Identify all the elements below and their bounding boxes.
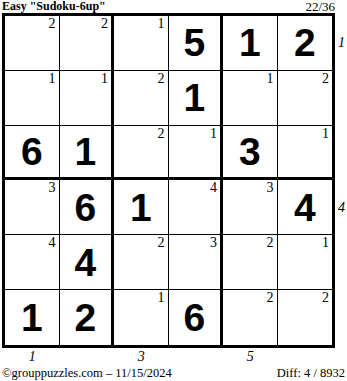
col-label-3: 3 [138, 350, 145, 364]
pencil-mark: 1 [322, 236, 329, 251]
pencil-mark: 1 [210, 127, 217, 142]
cell-r5c3[interactable]: 2 [114, 235, 169, 290]
cell-r3c4[interactable]: 1 [169, 126, 224, 181]
cell-r3c1[interactable]: 6 [5, 126, 60, 181]
cell-r1c1[interactable]: 2 [5, 16, 60, 71]
cell-r1c5[interactable]: 1 [223, 16, 278, 71]
pencil-mark: 1 [158, 17, 165, 32]
copyright-text: ©grouppuzzles.com – 11/15/2024 [2, 366, 172, 381]
col-label-1: 1 [29, 350, 36, 364]
pencil-mark: 2 [49, 17, 56, 32]
cell-r2c3[interactable]: 2 [114, 71, 169, 126]
cell-value: 1 [74, 132, 96, 171]
puzzle-title: Easy "Sudoku-6up" [2, 0, 106, 14]
cell-r2c4[interactable]: 1 [169, 71, 224, 126]
cell-value: 6 [74, 188, 96, 227]
pencil-mark: 2 [101, 17, 108, 32]
cell-r6c2[interactable]: 2 [60, 290, 115, 345]
cell-r1c3[interactable]: 1 [114, 16, 169, 71]
cell-r3c3[interactable]: 2 [114, 126, 169, 181]
cell-r4c4[interactable]: 4 [169, 180, 224, 235]
cell-r1c4[interactable]: 5 [169, 16, 224, 71]
cell-r5c4[interactable]: 3 [169, 235, 224, 290]
pencil-mark: 1 [49, 72, 56, 87]
cell-r2c6[interactable]: 2 [278, 71, 333, 126]
cell-r6c5[interactable]: 2 [223, 290, 278, 345]
cell-value: 6 [21, 132, 43, 171]
cell-r5c5[interactable]: 2 [223, 235, 278, 290]
pencil-mark: 2 [322, 72, 329, 87]
cell-r6c4[interactable]: 6 [169, 290, 224, 345]
row-label-4: 4 [338, 201, 345, 215]
cell-r2c2[interactable]: 1 [60, 71, 115, 126]
cell-value: 2 [294, 23, 316, 62]
cell-r1c2[interactable]: 2 [60, 16, 115, 71]
cell-value: 1 [183, 78, 205, 117]
pencil-mark: 1 [267, 72, 274, 87]
cell-value: 1 [239, 23, 261, 62]
cell-r4c2[interactable]: 6 [60, 180, 115, 235]
col-label-5: 5 [247, 350, 254, 364]
difficulty-text: Diff: 4 / 8932 [277, 366, 345, 381]
cell-r4c3[interactable]: 1 [114, 180, 169, 235]
cell-r6c3[interactable]: 1 [114, 290, 169, 345]
cell-value: 1 [21, 298, 43, 337]
cell-value: 6 [183, 298, 205, 337]
sudoku-board: 221512112112612131361434442321121622 [2, 13, 335, 348]
pencil-mark: 2 [267, 291, 274, 306]
pencil-mark: 4 [49, 236, 56, 251]
pencil-mark: 4 [210, 181, 217, 196]
cell-value: 4 [74, 243, 96, 282]
cell-r5c6[interactable]: 1 [278, 235, 333, 290]
pencil-mark: 2 [158, 72, 165, 87]
pencil-mark: 3 [267, 181, 274, 196]
cell-r2c1[interactable]: 1 [5, 71, 60, 126]
pencil-mark: 1 [322, 127, 329, 142]
cell-r6c6[interactable]: 2 [278, 290, 333, 345]
row-label-1: 1 [338, 36, 345, 50]
cell-r3c5[interactable]: 3 [223, 126, 278, 181]
pencil-mark: 2 [158, 236, 165, 251]
cell-r5c2[interactable]: 4 [60, 235, 115, 290]
cell-r3c6[interactable]: 1 [278, 126, 333, 181]
pencil-mark: 2 [158, 127, 165, 142]
cell-r6c1[interactable]: 1 [5, 290, 60, 345]
cell-r1c6[interactable]: 2 [278, 16, 333, 71]
cell-r4c1[interactable]: 3 [5, 180, 60, 235]
cell-r3c2[interactable]: 1 [60, 126, 115, 181]
pencil-mark: 3 [49, 181, 56, 196]
cell-r5c1[interactable]: 4 [5, 235, 60, 290]
pencil-mark: 2 [322, 291, 329, 306]
pencil-mark: 3 [210, 236, 217, 251]
cell-value: 4 [294, 188, 316, 227]
cell-r4c5[interactable]: 3 [223, 180, 278, 235]
cell-value: 2 [74, 298, 96, 337]
cell-value: 3 [239, 132, 261, 171]
cell-value: 5 [183, 23, 205, 62]
pencil-mark: 1 [158, 291, 165, 306]
pencil-mark: 1 [101, 72, 108, 87]
cell-r4c6[interactable]: 4 [278, 180, 333, 235]
cell-value: 1 [130, 188, 152, 227]
cell-r2c5[interactable]: 1 [223, 71, 278, 126]
pencil-mark: 2 [267, 236, 274, 251]
